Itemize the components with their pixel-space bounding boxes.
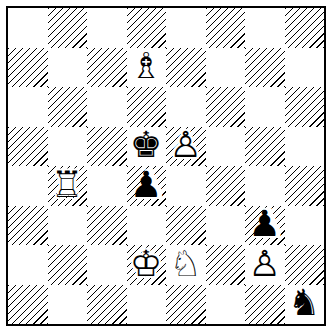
piece-glyph-outline: ♟ [130, 167, 162, 203]
piece-glyph-outline: ♗ [130, 49, 162, 85]
square-f6[interactable] [206, 87, 246, 127]
square-b2[interactable] [48, 245, 88, 285]
square-f1[interactable] [206, 285, 246, 325]
square-f8[interactable] [206, 8, 246, 48]
square-d6[interactable] [127, 87, 167, 127]
square-g2[interactable]: ♟♙ [245, 245, 285, 285]
piece-glyph-outline: ♖ [51, 167, 83, 203]
square-a3[interactable] [8, 206, 48, 246]
square-a2[interactable] [8, 245, 48, 285]
square-d1[interactable] [127, 285, 167, 325]
square-b5[interactable] [48, 127, 88, 167]
square-g6[interactable] [245, 87, 285, 127]
square-a7[interactable] [8, 48, 48, 88]
square-d5[interactable]: ♚♚ [127, 127, 167, 167]
square-c8[interactable] [87, 8, 127, 48]
piece-white-pawn[interactable]: ♟♙ [245, 245, 285, 285]
square-a1[interactable] [8, 285, 48, 325]
square-a4[interactable] [8, 166, 48, 206]
piece-glyph-outline: ♚ [130, 128, 162, 164]
square-e2[interactable]: ♞♘ [166, 245, 206, 285]
square-f7[interactable] [206, 48, 246, 88]
chess-board: ♝♗♚♚♟♙♜♖♟♟♟♟♚♔♞♘♟♙♞♞ [8, 8, 324, 324]
square-a5[interactable] [8, 127, 48, 167]
piece-glyph-outline: ♘ [170, 246, 202, 282]
square-b3[interactable] [48, 206, 88, 246]
piece-black-pawn[interactable]: ♟♟ [245, 206, 285, 246]
square-h6[interactable] [285, 87, 325, 127]
chess-diagram-page: { "game": "chess", "position": { "fen": … [0, 0, 332, 332]
square-d4[interactable]: ♟♟ [127, 166, 167, 206]
board-frame: ♝♗♚♚♟♙♜♖♟♟♟♟♚♔♞♘♟♙♞♞ [6, 6, 326, 326]
square-h1[interactable]: ♞♞ [285, 285, 325, 325]
square-b7[interactable] [48, 48, 88, 88]
square-a8[interactable] [8, 8, 48, 48]
square-d2[interactable]: ♚♔ [127, 245, 167, 285]
square-b4[interactable]: ♜♖ [48, 166, 88, 206]
square-g5[interactable] [245, 127, 285, 167]
square-f4[interactable] [206, 166, 246, 206]
piece-white-bishop[interactable]: ♝♗ [127, 48, 167, 88]
piece-black-knight[interactable]: ♞♞ [285, 285, 325, 325]
piece-black-king[interactable]: ♚♚ [127, 127, 167, 167]
piece-white-pawn[interactable]: ♟♙ [166, 127, 206, 167]
piece-white-king[interactable]: ♚♔ [127, 245, 167, 285]
square-h4[interactable] [285, 166, 325, 206]
square-h8[interactable] [285, 8, 325, 48]
square-e6[interactable] [166, 87, 206, 127]
square-f2[interactable] [206, 245, 246, 285]
piece-glyph-outline: ♔ [130, 246, 162, 282]
piece-glyph-outline: ♙ [249, 246, 281, 282]
piece-black-pawn[interactable]: ♟♟ [127, 166, 167, 206]
square-b6[interactable] [48, 87, 88, 127]
square-g1[interactable] [245, 285, 285, 325]
square-f3[interactable] [206, 206, 246, 246]
piece-white-rook[interactable]: ♜♖ [48, 166, 88, 206]
square-g3[interactable]: ♟♟ [245, 206, 285, 246]
square-b1[interactable] [48, 285, 88, 325]
square-c6[interactable] [87, 87, 127, 127]
square-c2[interactable] [87, 245, 127, 285]
square-d8[interactable] [127, 8, 167, 48]
square-e1[interactable] [166, 285, 206, 325]
square-a6[interactable] [8, 87, 48, 127]
square-e3[interactable] [166, 206, 206, 246]
square-c4[interactable] [87, 166, 127, 206]
square-g8[interactable] [245, 8, 285, 48]
piece-glyph-outline: ♞ [288, 286, 320, 322]
square-e5[interactable]: ♟♙ [166, 127, 206, 167]
square-c7[interactable] [87, 48, 127, 88]
square-d7[interactable]: ♝♗ [127, 48, 167, 88]
square-c5[interactable] [87, 127, 127, 167]
square-h3[interactable] [285, 206, 325, 246]
square-b8[interactable] [48, 8, 88, 48]
square-d3[interactable] [127, 206, 167, 246]
square-e8[interactable] [166, 8, 206, 48]
square-h2[interactable] [285, 245, 325, 285]
square-g4[interactable] [245, 166, 285, 206]
square-f5[interactable] [206, 127, 246, 167]
square-g7[interactable] [245, 48, 285, 88]
square-c1[interactable] [87, 285, 127, 325]
square-e4[interactable] [166, 166, 206, 206]
piece-white-knight[interactable]: ♞♘ [166, 245, 206, 285]
square-h5[interactable] [285, 127, 325, 167]
square-e7[interactable] [166, 48, 206, 88]
piece-glyph-outline: ♟ [249, 207, 281, 243]
square-c3[interactable] [87, 206, 127, 246]
square-h7[interactable] [285, 48, 325, 88]
piece-glyph-outline: ♙ [170, 128, 202, 164]
